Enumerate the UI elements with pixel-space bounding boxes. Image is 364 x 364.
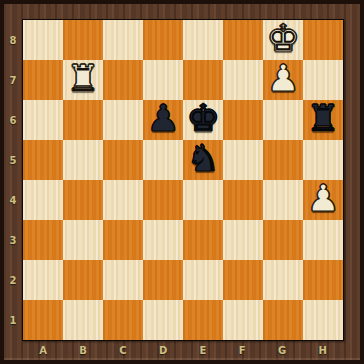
square-f8[interactable] [223, 20, 263, 60]
square-g1[interactable] [263, 300, 303, 340]
square-e2[interactable] [183, 260, 223, 300]
square-b5[interactable] [63, 140, 103, 180]
rank-label-1: 1 [4, 300, 22, 340]
piece-white-pawn[interactable]: ♟ [266, 60, 299, 99]
square-h4[interactable]: ♟ [303, 180, 343, 220]
piece-white-rook[interactable]: ♜ [66, 60, 99, 99]
file-label-b: B [63, 340, 103, 360]
square-c2[interactable] [103, 260, 143, 300]
rank-label-4: 4 [4, 180, 22, 220]
square-d3[interactable] [143, 220, 183, 260]
square-d2[interactable] [143, 260, 183, 300]
square-a5[interactable] [23, 140, 63, 180]
square-f3[interactable] [223, 220, 263, 260]
square-d6[interactable]: ♟ [143, 100, 183, 140]
rank-label-7: 7 [4, 60, 22, 100]
square-h7[interactable] [303, 60, 343, 100]
square-g6[interactable] [263, 100, 303, 140]
piece-black-rook[interactable]: ♜ [306, 100, 339, 139]
square-b6[interactable] [63, 100, 103, 140]
square-f6[interactable] [223, 100, 263, 140]
square-b3[interactable] [63, 220, 103, 260]
square-c1[interactable] [103, 300, 143, 340]
square-e8[interactable] [183, 20, 223, 60]
square-d4[interactable] [143, 180, 183, 220]
file-label-d: D [143, 340, 184, 360]
square-a7[interactable] [23, 60, 63, 100]
file-label-h: H [302, 340, 343, 360]
square-b1[interactable] [63, 300, 103, 340]
piece-white-pawn[interactable]: ♟ [306, 180, 339, 219]
square-e3[interactable] [183, 220, 223, 260]
square-b2[interactable] [63, 260, 103, 300]
rank-label-2: 2 [4, 260, 22, 300]
square-g2[interactable] [263, 260, 303, 300]
file-label-c: C [103, 340, 143, 360]
file-label-a: A [23, 340, 63, 360]
square-e6[interactable]: ♚ [183, 100, 223, 140]
square-c8[interactable] [103, 20, 143, 60]
rank-label-8: 8 [4, 20, 22, 60]
piece-black-king[interactable]: ♚ [186, 100, 219, 139]
square-d8[interactable] [143, 20, 183, 60]
square-h8[interactable] [303, 20, 343, 60]
piece-white-king[interactable]: ♚ [266, 20, 299, 59]
file-label-e: E [183, 340, 222, 360]
square-d7[interactable] [143, 60, 183, 100]
file-labels: ABCDEFGH [23, 340, 343, 360]
square-c4[interactable] [103, 180, 143, 220]
square-a6[interactable] [23, 100, 63, 140]
square-c5[interactable] [103, 140, 143, 180]
square-g7[interactable]: ♟ [263, 60, 303, 100]
square-a4[interactable] [23, 180, 63, 220]
square-c3[interactable] [103, 220, 143, 260]
piece-black-knight[interactable]: ♞ [186, 140, 219, 179]
file-label-f: F [223, 340, 262, 360]
square-g4[interactable] [263, 180, 303, 220]
square-h5[interactable] [303, 140, 343, 180]
piece-black-pawn[interactable]: ♟ [146, 100, 179, 139]
chess-board: ♚♜♟♟♚♜♞♟ [22, 19, 344, 341]
square-e5[interactable]: ♞ [183, 140, 223, 180]
square-f5[interactable] [223, 140, 263, 180]
square-g3[interactable] [263, 220, 303, 260]
rank-label-3: 3 [4, 220, 22, 260]
square-b7[interactable]: ♜ [63, 60, 103, 100]
chessboard-frame: 87654321 ♚♜♟♟♚♜♞♟ ABCDEFGH [0, 0, 364, 364]
square-d5[interactable] [143, 140, 183, 180]
rank-label-5: 5 [4, 140, 22, 180]
square-b8[interactable] [63, 20, 103, 60]
square-a8[interactable] [23, 20, 63, 60]
square-f2[interactable] [223, 260, 263, 300]
square-e7[interactable] [183, 60, 223, 100]
square-g5[interactable] [263, 140, 303, 180]
square-c7[interactable] [103, 60, 143, 100]
square-h6[interactable]: ♜ [303, 100, 343, 140]
file-label-g: G [262, 340, 303, 360]
square-h1[interactable] [303, 300, 343, 340]
square-f4[interactable] [223, 180, 263, 220]
square-g8[interactable]: ♚ [263, 20, 303, 60]
square-f1[interactable] [223, 300, 263, 340]
square-h3[interactable] [303, 220, 343, 260]
square-a1[interactable] [23, 300, 63, 340]
square-e1[interactable] [183, 300, 223, 340]
square-h2[interactable] [303, 260, 343, 300]
square-c6[interactable] [103, 100, 143, 140]
square-a3[interactable] [23, 220, 63, 260]
square-a2[interactable] [23, 260, 63, 300]
square-b4[interactable] [63, 180, 103, 220]
square-e4[interactable] [183, 180, 223, 220]
rank-label-6: 6 [4, 100, 22, 140]
square-d1[interactable] [143, 300, 183, 340]
square-f7[interactable] [223, 60, 263, 100]
rank-labels: 87654321 [4, 20, 22, 340]
